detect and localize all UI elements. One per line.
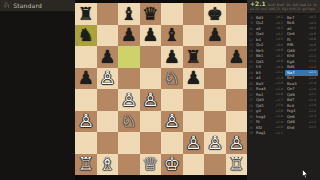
square-g4[interactable]: [204, 89, 226, 111]
white-knight: ♘: [164, 69, 180, 87]
move-san: Qa4: [256, 32, 264, 36]
move-eval: +2.0: [275, 115, 283, 118]
move-san: f3: [256, 120, 260, 124]
move-san: Qd8: [287, 120, 295, 124]
move-san: h3: [256, 65, 261, 69]
move-eval: +0.8: [275, 60, 283, 63]
move-number: 17: [247, 65, 254, 69]
square-b4[interactable]: [97, 89, 119, 111]
engine-line-2: a4 22. Qc2 Qd8 23. Rg1 Kh8 24. g4 fxg4: [250, 7, 318, 11]
move-eval: +2.3: [308, 115, 316, 118]
square-d3[interactable]: [140, 111, 162, 133]
white-move-29[interactable]: Rag1+2.1: [254, 131, 285, 137]
black-pawn: ♟: [121, 26, 137, 44]
square-d8[interactable]: ♛: [140, 3, 162, 25]
move-eval: +0.8: [275, 49, 283, 52]
move-number: 13: [247, 43, 254, 47]
white-bishop: ♗: [99, 155, 115, 173]
move-eval: +1.8: [275, 110, 283, 113]
move-san: b5: [256, 71, 261, 75]
square-g3[interactable]: [204, 111, 226, 133]
chess-board[interactable]: ♜♝♛♚♞♟♟♝♟♟♟♜♟♟♙♘♟♙♙♙♘♙♙♙♙♖♗♕♔♖: [75, 3, 247, 175]
square-d4[interactable]: ♙: [140, 89, 162, 111]
move-number: 9: [247, 21, 254, 25]
square-e3[interactable]: ♙: [161, 111, 183, 133]
move-san: Qd3: [256, 98, 264, 102]
square-c6[interactable]: [118, 46, 140, 68]
move-san: Bxa3: [287, 82, 297, 86]
move-eval: +2.1: [275, 132, 283, 135]
move-number: 14: [247, 49, 254, 53]
move-eval: +1.8: [275, 93, 283, 96]
square-c3[interactable]: ♘: [118, 111, 140, 133]
move-eval: +0.9: [275, 66, 283, 69]
white-pawn: ♙: [207, 134, 223, 152]
move-eval: +0.8: [308, 38, 316, 41]
move-eval: +0.6: [308, 33, 316, 36]
tv-channel-title: Standard: [13, 2, 42, 9]
move-san: Bc8: [287, 104, 294, 108]
square-f3[interactable]: [183, 111, 205, 133]
square-f6[interactable]: ♜: [183, 46, 205, 68]
move-san: Qe8: [287, 32, 295, 36]
square-c1[interactable]: [118, 154, 140, 176]
move-eval: +2.1: [308, 71, 316, 74]
move-san: Qe8: [287, 115, 295, 119]
move-eval: +2.2: [308, 110, 316, 113]
move-eval: +0.3: [275, 27, 283, 30]
move-eval: +1.1: [308, 55, 316, 58]
move-eval: +1.9: [275, 88, 283, 91]
engine-eval-header: +2.1 Nxd7 Bxd7 20. Qd3 Qe8 21. f4 a4 22.…: [247, 0, 320, 14]
move-eval: +1.2: [275, 71, 283, 74]
move-san: Rf6: [287, 43, 293, 47]
black-knight: ♞: [78, 26, 94, 44]
square-a7[interactable]: ♞: [75, 25, 97, 47]
move-san: Be7: [287, 76, 294, 80]
square-a4[interactable]: [75, 89, 97, 111]
black-pawn: ♟: [207, 26, 223, 44]
square-a6[interactable]: [75, 46, 97, 68]
white-king: ♔: [164, 155, 180, 173]
move-number: 11: [247, 32, 254, 36]
square-e7[interactable]: ♝: [161, 25, 183, 47]
move-row-29: 29Rag1+2.1: [247, 131, 320, 137]
move-eval: +1.9: [308, 82, 316, 85]
move-san: Nc6: [287, 21, 294, 25]
white-pawn: ♙: [228, 134, 244, 152]
square-b1[interactable]: ♗: [97, 154, 119, 176]
move-number: 22: [247, 93, 254, 97]
move-san: a5: [287, 27, 292, 31]
square-b7[interactable]: [97, 25, 119, 47]
chess-board-container: ♜♝♛♚♞♟♟♝♟♟♟♜♟♟♙♘♟♙♙♙♘♙♙♙♙♖♗♕♔♖: [75, 3, 247, 175]
move-eval: +2.1: [308, 93, 316, 96]
move-eval: +2.1: [308, 126, 316, 129]
move-san: g4: [256, 109, 261, 113]
left-sidebar: ♘ Standard: [0, 0, 75, 180]
black-bishop: ♝: [121, 5, 137, 23]
move-san: f5: [287, 38, 291, 42]
move-san: Qc2: [256, 43, 264, 47]
move-eval: +1.8: [275, 82, 283, 85]
square-d2[interactable]: [140, 132, 162, 154]
move-san: Ra1: [256, 93, 263, 97]
move-san: Kf2: [256, 126, 262, 130]
move-san: Qd1: [256, 104, 264, 108]
move-number: 15: [247, 54, 254, 58]
black-rook: ♜: [185, 48, 201, 66]
square-h6[interactable]: ♟: [226, 46, 248, 68]
square-d1[interactable]: ♕: [140, 154, 162, 176]
move-eval: +1.9: [308, 99, 316, 102]
move-number: 21: [247, 87, 254, 91]
move-san: Bd8: [287, 65, 294, 69]
black-rook: ♜: [78, 5, 94, 23]
move-eval: +0.9: [308, 44, 316, 47]
square-b8[interactable]: [97, 3, 119, 25]
square-g6[interactable]: [204, 46, 226, 68]
square-h4[interactable]: [226, 89, 248, 111]
square-b6[interactable]: ♟: [97, 46, 119, 68]
square-c5[interactable]: [118, 68, 140, 90]
move-eval: +2.0: [275, 126, 283, 129]
square-f1[interactable]: [183, 154, 205, 176]
move-number: 29: [247, 131, 254, 135]
move-san: Bd3: [256, 16, 263, 20]
square-h8[interactable]: [226, 3, 248, 25]
black-pawn: ♟: [142, 26, 158, 44]
mouse-cursor: [302, 164, 309, 174]
square-b3[interactable]: [97, 111, 119, 133]
move-number: 24: [247, 104, 254, 108]
move-san: Rxa3: [256, 87, 266, 91]
square-h5[interactable]: [226, 68, 248, 90]
square-a3[interactable]: ♙: [75, 111, 97, 133]
square-c7[interactable]: ♟: [118, 25, 140, 47]
square-h1[interactable]: ♖: [226, 154, 248, 176]
white-rook: ♖: [228, 155, 244, 173]
move-list: 8Bd3+0.2Be7+0.29Qc2+0.3Nc6+0.410a3+0.3a5…: [247, 14, 320, 136]
analysis-panel: +2.1 Nxd7 Bxd7 20. Qd3 Qe8 21. f4 a4 22.…: [247, 0, 320, 180]
white-pawn: ♙: [142, 91, 158, 109]
move-number: 19: [247, 76, 254, 80]
move-san: b4: [256, 38, 261, 42]
square-f4[interactable]: [183, 89, 205, 111]
move-number: 16: [247, 60, 254, 64]
move-eval: +0.3: [275, 22, 283, 25]
move-san: fxg4: [287, 109, 295, 113]
black-pawn: ♟: [164, 48, 180, 66]
square-a8[interactable]: ♜: [75, 3, 97, 25]
white-pawn: ♙: [164, 112, 180, 130]
move-san: Qd1: [256, 60, 264, 64]
move-number: 12: [247, 38, 254, 42]
move-san: Qd8: [287, 49, 295, 53]
move-eval: +1.0: [308, 49, 316, 52]
white-knight: ♘: [121, 112, 137, 130]
move-san: Kh8: [287, 54, 294, 58]
square-h2[interactable]: ♙: [226, 132, 248, 154]
square-e8[interactable]: [161, 3, 183, 25]
move-san: a3: [256, 27, 261, 31]
move-san: Kg8: [287, 60, 294, 64]
move-san: Qe7: [287, 87, 295, 91]
move-san: Rag1: [256, 131, 266, 135]
move-eval: +1.9: [275, 77, 283, 80]
move-san: Be7: [287, 16, 294, 20]
tv-channel-header[interactable]: ♘ Standard: [0, 0, 75, 12]
move-number: 8: [247, 16, 254, 20]
square-f2[interactable]: ♙: [183, 132, 205, 154]
square-g1[interactable]: [204, 154, 226, 176]
move-number: 23: [247, 98, 254, 102]
square-g2[interactable]: ♙: [204, 132, 226, 154]
move-eval: +0.2: [275, 16, 283, 19]
square-d7[interactable]: ♟: [140, 25, 162, 47]
square-e2[interactable]: [161, 132, 183, 154]
move-eval: +0.7: [275, 55, 283, 58]
square-c2[interactable]: [118, 132, 140, 154]
black-king: ♚: [207, 5, 223, 23]
black-move-28[interactable]: Kh8+2.1: [285, 125, 318, 131]
square-f8[interactable]: [183, 3, 205, 25]
white-queen: ♕: [142, 155, 158, 173]
move-eval: +1.7: [275, 99, 283, 102]
square-b2[interactable]: [97, 132, 119, 154]
square-e4[interactable]: [161, 89, 183, 111]
square-e5[interactable]: ♘: [161, 68, 183, 90]
move-eval: +1.6: [275, 104, 283, 107]
square-e6[interactable]: ♟: [161, 46, 183, 68]
move-eval: +2.0: [308, 104, 316, 107]
square-d6[interactable]: [140, 46, 162, 68]
square-g8[interactable]: ♚: [204, 3, 226, 25]
move-eval: +1.2: [308, 60, 316, 63]
move-eval: +0.4: [308, 22, 316, 25]
white-pawn: ♙: [78, 112, 94, 130]
move-number: 26: [247, 115, 254, 119]
square-h7[interactable]: [226, 25, 248, 47]
move-eval: +2.2: [308, 121, 316, 124]
square-f7[interactable]: [183, 25, 205, 47]
square-b5[interactable]: ♙: [97, 68, 119, 90]
square-g5[interactable]: [204, 68, 226, 90]
move-number: 25: [247, 109, 254, 113]
move-eval: +0.6: [275, 44, 283, 47]
move-san: Na7: [287, 71, 295, 75]
black-pawn: ♟: [78, 69, 94, 87]
move-eval: +1.9: [275, 121, 283, 124]
square-f5[interactable]: ♟: [183, 68, 205, 90]
move-san: hxg4: [256, 115, 265, 119]
black-queen: ♛: [142, 5, 158, 23]
move-eval: +0.5: [275, 38, 283, 41]
knight-icon: ♘: [3, 2, 10, 10]
black-pawn: ♟: [185, 69, 201, 87]
move-san: Bd7: [287, 98, 294, 102]
square-c8[interactable]: ♝: [118, 3, 140, 25]
move-eval: +1.4: [308, 66, 316, 69]
move-eval: +2.0: [308, 88, 316, 91]
move-eval: +0.2: [308, 16, 316, 19]
square-a1[interactable]: ♖: [75, 154, 97, 176]
move-san: Qc2: [256, 21, 264, 25]
move-number: 10: [247, 27, 254, 31]
move-number: 20: [247, 82, 254, 86]
move-number: 18: [247, 71, 254, 75]
square-d5[interactable]: [140, 68, 162, 90]
move-san: a4: [256, 76, 261, 80]
square-e1[interactable]: ♔: [161, 154, 183, 176]
move-san: Kh8: [287, 126, 294, 130]
square-g7[interactable]: ♟: [204, 25, 226, 47]
move-san: Qd8: [287, 93, 295, 97]
square-h3[interactable]: [226, 111, 248, 133]
move-san: Bb1: [256, 54, 263, 58]
black-move-29: [285, 131, 318, 137]
black-bishop: ♝: [164, 26, 180, 44]
black-pawn: ♟: [99, 48, 115, 66]
move-eval: +0.5: [308, 27, 316, 30]
white-rook: ♖: [78, 155, 94, 173]
white-pawn: ♙: [121, 91, 137, 109]
move-san: Ba3: [256, 82, 263, 86]
white-pawn: ♙: [99, 69, 115, 87]
move-eval: +2.0: [308, 77, 316, 80]
square-a2[interactable]: [75, 132, 97, 154]
black-pawn: ♟: [228, 48, 244, 66]
move-eval: +0.2: [275, 33, 283, 36]
move-san: Ne5: [256, 49, 264, 53]
square-c4[interactable]: ♙: [118, 89, 140, 111]
white-pawn: ♙: [185, 134, 201, 152]
move-number: 28: [247, 126, 254, 130]
square-a5[interactable]: ♟: [75, 68, 97, 90]
move-number: 27: [247, 120, 254, 124]
